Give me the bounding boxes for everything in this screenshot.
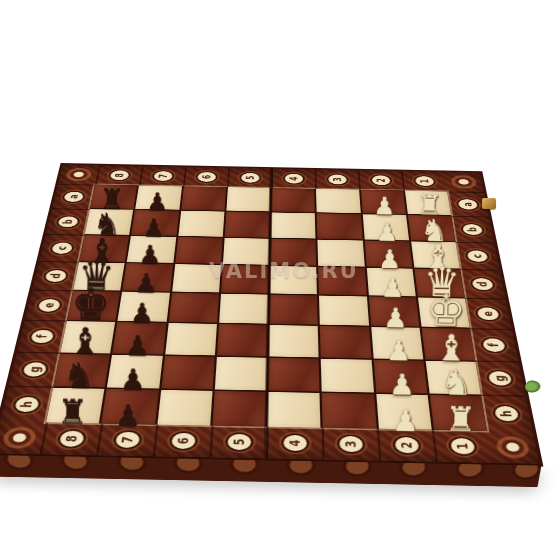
- square-f5[interactable]: [217, 324, 268, 356]
- coordinate-label-a: a: [52, 184, 95, 209]
- square-b4[interactable]: [271, 213, 316, 239]
- square-f8[interactable]: ♝: [60, 321, 115, 353]
- coordinate-label-g: g: [9, 352, 60, 387]
- coordinate-label-6: 6: [183, 167, 228, 187]
- coordinate-label-b: b: [451, 216, 494, 243]
- square-f4[interactable]: [269, 325, 319, 357]
- square-e4[interactable]: [269, 295, 317, 325]
- coordinate-label-f: f: [17, 320, 67, 353]
- coordinate-label-f: f: [470, 328, 519, 361]
- square-f2[interactable]: ♟: [371, 327, 423, 359]
- square-a7[interactable]: ♟: [135, 185, 181, 209]
- square-f6[interactable]: [165, 323, 217, 355]
- piece-black-bishop-f8[interactable]: ♝: [68, 322, 102, 359]
- piece-white-rook-h1[interactable]: ♜: [445, 402, 477, 437]
- square-h1[interactable]: ♜: [430, 395, 487, 431]
- square-d2[interactable]: ♟: [366, 268, 415, 297]
- square-g2[interactable]: ♟: [373, 359, 427, 393]
- coordinate-medallion: d: [469, 277, 496, 292]
- coordinate-label-2: 2: [377, 429, 436, 462]
- piece-black-pawn-f7[interactable]: ♟: [124, 331, 150, 359]
- square-b6[interactable]: [178, 211, 224, 237]
- piece-black-pawn-g7[interactable]: ♟: [119, 365, 146, 394]
- coordinate-label-1: 1: [432, 430, 492, 463]
- coordinate-medallion: a: [456, 198, 481, 211]
- coordinate-medallion: 4: [283, 173, 305, 185]
- square-b2[interactable]: ♟: [362, 214, 408, 240]
- coordinate-medallion: 3: [337, 434, 366, 454]
- piece-black-pawn-c7[interactable]: ♟: [138, 241, 162, 267]
- coordinate-label-4: 4: [271, 169, 315, 189]
- square-a4[interactable]: [272, 188, 315, 212]
- coordinate-label-7: 7: [96, 423, 156, 456]
- piece-black-rook-h8[interactable]: ♜: [56, 395, 88, 430]
- coordinate-medallion: 5: [239, 172, 261, 184]
- coordinate-label-4: 4: [266, 427, 323, 460]
- square-b5[interactable]: [224, 212, 269, 238]
- square-h7[interactable]: ♟: [101, 389, 158, 425]
- corner-ornament: [444, 172, 484, 192]
- square-f7[interactable]: ♟: [113, 322, 166, 354]
- coordinate-medallion: g: [20, 361, 50, 378]
- piece-black-pawn-h7[interactable]: ♟: [114, 400, 141, 430]
- square-e7[interactable]: ♟: [118, 292, 170, 322]
- product-photo: 87654321 87654321 abcdefgh abcdefgh ♜♟♟♜…: [0, 0, 560, 560]
- square-a2[interactable]: ♟: [360, 190, 405, 214]
- square-b7[interactable]: ♟: [131, 210, 178, 236]
- square-e3[interactable]: [319, 296, 368, 326]
- coordinate-medallion: 2: [392, 435, 422, 455]
- square-d7[interactable]: ♟: [122, 263, 172, 291]
- coordinate-medallion: 6: [195, 171, 218, 183]
- piece-white-pawn-h2[interactable]: ♟: [392, 406, 419, 436]
- coordinate-medallion: 1: [448, 436, 479, 456]
- watermark: VALIMO.RU: [209, 259, 359, 283]
- square-g4[interactable]: [268, 357, 319, 391]
- corner-ornament: [487, 431, 539, 464]
- coordinate-medallion: 7: [112, 430, 142, 450]
- square-h8[interactable]: ♜: [46, 388, 105, 424]
- brass-clasp-icon: [482, 198, 496, 209]
- coordinate-medallion: 2: [370, 174, 393, 186]
- square-a5[interactable]: [226, 187, 270, 211]
- corner-ornament: [0, 422, 46, 455]
- square-h5[interactable]: [212, 391, 266, 427]
- coordinate-medallion: h: [491, 404, 522, 423]
- corner-ornament: [58, 165, 99, 185]
- square-h3[interactable]: [322, 393, 376, 429]
- piece-black-pawn-b7[interactable]: ♟: [142, 215, 165, 240]
- coordinate-label-c: c: [456, 242, 500, 270]
- coordinate-medallion: 5: [225, 432, 254, 452]
- coordinate-medallion: e: [474, 306, 502, 322]
- coordinate-medallion: 7: [151, 170, 174, 182]
- piece-white-pawn-c2[interactable]: ♟: [378, 246, 402, 272]
- coordinate-label-b: b: [46, 208, 90, 234]
- coordinate-medallion: 6: [169, 431, 199, 451]
- square-g5[interactable]: [215, 356, 267, 390]
- piece-white-pawn-d2[interactable]: ♟: [380, 274, 404, 301]
- coordinate-medallion: c: [464, 249, 490, 263]
- coordinate-label-2: 2: [358, 170, 403, 190]
- piece-white-pawn-g2[interactable]: ♟: [389, 370, 416, 399]
- green-leaf-accent: [525, 380, 541, 393]
- coordinate-medallion: b: [460, 223, 485, 236]
- coordinate-medallion: a: [61, 191, 86, 204]
- piece-white-pawn-a2[interactable]: ♟: [373, 194, 395, 219]
- square-h6[interactable]: [157, 390, 212, 426]
- square-g7[interactable]: ♟: [107, 354, 162, 388]
- coordinate-medallion: c: [49, 241, 76, 255]
- square-e8[interactable]: ♚: [67, 291, 120, 321]
- coordinate-label-7: 7: [139, 166, 185, 186]
- coordinate-medallion: g: [485, 370, 514, 388]
- square-c7[interactable]: ♟: [127, 236, 176, 263]
- piece-black-knight-g8[interactable]: ♞: [63, 357, 96, 393]
- coordinate-label-6: 6: [153, 425, 212, 458]
- piece-white-bishop-f1[interactable]: ♝: [434, 329, 468, 366]
- square-a6[interactable]: [181, 186, 226, 210]
- coordinate-medallion: 8: [56, 429, 87, 449]
- square-e1[interactable]: ♚: [418, 297, 470, 327]
- coordinate-medallion: e: [35, 298, 63, 314]
- piece-black-pawn-e7[interactable]: ♟: [129, 300, 154, 327]
- coordinate-label-h: h: [481, 395, 533, 432]
- coordinate-medallion: d: [42, 269, 69, 284]
- coordinate-medallion: f: [480, 337, 509, 354]
- coordinate-medallion: 3: [326, 173, 348, 185]
- square-e6[interactable]: [168, 293, 218, 323]
- square-e2[interactable]: ♟: [368, 297, 419, 327]
- coordinate-label-5: 5: [209, 426, 266, 459]
- coordinate-label-g: g: [475, 360, 525, 395]
- piece-white-pawn-f2[interactable]: ♟: [386, 336, 412, 364]
- square-a3[interactable]: [316, 189, 360, 213]
- coordinate-label-5: 5: [227, 168, 271, 188]
- coordinate-medallion: 8: [108, 169, 132, 181]
- coordinate-medallion: 4: [281, 433, 309, 453]
- square-c2[interactable]: ♟: [364, 240, 412, 267]
- coordinate-label-e: e: [465, 298, 512, 329]
- piece-white-pawn-b2[interactable]: ♟: [375, 219, 398, 244]
- square-g1[interactable]: ♞: [425, 360, 480, 394]
- piece-white-knight-g1[interactable]: ♞: [440, 364, 473, 400]
- coordinate-label-e: e: [25, 289, 73, 320]
- coordinate-medallion: b: [55, 215, 81, 228]
- square-g8[interactable]: ♞: [53, 353, 110, 387]
- coordinate-label-d: d: [460, 269, 506, 299]
- square-h4[interactable]: [268, 392, 321, 428]
- square-g6[interactable]: [161, 355, 215, 389]
- coordinate-label-h: h: [0, 386, 53, 423]
- square-e5[interactable]: [219, 294, 268, 324]
- square-h2[interactable]: ♟: [376, 394, 432, 430]
- coordinate-medallion: h: [11, 395, 42, 414]
- square-f1[interactable]: ♝: [421, 328, 475, 360]
- coordinate-label-8: 8: [39, 422, 101, 455]
- chess-board: 87654321 87654321 abcdefgh abcdefgh ♜♟♟♜…: [0, 165, 539, 464]
- coordinate-medallion: 1: [413, 175, 436, 187]
- piece-black-pawn-d7[interactable]: ♟: [134, 270, 158, 297]
- square-g3[interactable]: [321, 358, 373, 392]
- board-perspective-wrapper: 87654321 87654321 abcdefgh abcdefgh ♜♟♟♜…: [33, 58, 506, 531]
- piece-white-pawn-e2[interactable]: ♟: [383, 304, 408, 331]
- piece-black-pawn-a7[interactable]: ♟: [146, 189, 168, 214]
- square-f3[interactable]: [320, 326, 371, 358]
- coordinate-label-3: 3: [315, 169, 360, 189]
- coordinate-label-3: 3: [322, 428, 379, 461]
- coordinate-medallion: f: [28, 328, 57, 344]
- carved-board-frame: 87654321 87654321 abcdefgh abcdefgh ♜♟♟♜…: [0, 165, 539, 464]
- square-b3[interactable]: [317, 213, 362, 239]
